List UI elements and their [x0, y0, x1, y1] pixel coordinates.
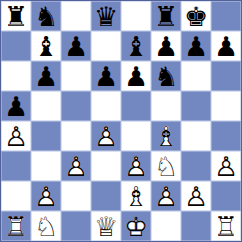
square-c8[interactable]	[61, 1, 91, 31]
square-h8[interactable]	[211, 1, 241, 31]
piece-black-bishop: ♝	[34, 33, 58, 60]
square-h1[interactable]: ♜♖	[211, 211, 241, 241]
white-piece-outline-glyph: ♕	[94, 213, 118, 240]
white-piece-outline-glyph: ♘	[34, 213, 58, 240]
square-b3[interactable]	[31, 151, 61, 181]
square-c1[interactable]	[61, 211, 91, 241]
piece-black-king: ♚	[184, 3, 208, 30]
piece-black-pawn: ♟	[214, 33, 238, 60]
piece-black-pawn: ♟	[64, 33, 88, 60]
square-d1[interactable]: ♛♕	[91, 211, 121, 241]
square-f6[interactable]: ♞	[151, 61, 181, 91]
white-piece-outline-glyph: ♙	[4, 123, 28, 150]
piece-white-king: ♚♔	[124, 213, 148, 240]
square-c6[interactable]	[61, 61, 91, 91]
square-e3[interactable]: ♟♙	[121, 151, 151, 181]
piece-white-knight: ♞♘	[34, 213, 58, 240]
square-c2[interactable]	[61, 181, 91, 211]
square-f8[interactable]: ♜	[151, 1, 181, 31]
square-g1[interactable]	[181, 211, 211, 241]
piece-white-pawn: ♟♙	[154, 183, 178, 210]
square-h2[interactable]	[211, 181, 241, 211]
piece-white-pawn: ♟♙	[124, 153, 148, 180]
white-piece-outline-glyph: ♙	[154, 183, 178, 210]
square-a2[interactable]	[1, 181, 31, 211]
square-e5[interactable]	[121, 91, 151, 121]
square-a5[interactable]: ♟	[1, 91, 31, 121]
square-c5[interactable]	[61, 91, 91, 121]
piece-black-pawn: ♟	[124, 63, 148, 90]
square-d4[interactable]: ♟♙	[91, 121, 121, 151]
square-b7[interactable]: ♝	[31, 31, 61, 61]
square-d3[interactable]	[91, 151, 121, 181]
piece-black-queen: ♛	[94, 3, 118, 30]
square-g6[interactable]	[181, 61, 211, 91]
white-piece-outline-glyph: ♙	[94, 123, 118, 150]
piece-white-rook: ♜♖	[214, 213, 238, 240]
piece-black-knight: ♞	[34, 3, 58, 30]
white-piece-outline-glyph: ♙	[214, 153, 238, 180]
white-piece-outline-glyph: ♖	[214, 213, 238, 240]
chess-board: ♜♞♛♜♚♝♟♝♟♟♟♟♟♟♞♟♟♙♟♙♝♗♟♙♟♙♞♘♟♙♟♙♝♗♟♙♟♙♜♖…	[0, 0, 242, 242]
white-piece-outline-glyph: ♙	[34, 183, 58, 210]
square-g3[interactable]	[181, 151, 211, 181]
square-e8[interactable]	[121, 1, 151, 31]
piece-white-pawn: ♟♙	[214, 153, 238, 180]
piece-white-pawn: ♟♙	[184, 183, 208, 210]
white-piece-outline-glyph: ♗	[154, 123, 178, 150]
piece-white-bishop: ♝♗	[124, 183, 148, 210]
square-h4[interactable]	[211, 121, 241, 151]
square-d7[interactable]	[91, 31, 121, 61]
white-piece-outline-glyph: ♘	[154, 153, 178, 180]
piece-black-knight: ♞	[154, 63, 178, 90]
square-d5[interactable]	[91, 91, 121, 121]
square-c7[interactable]: ♟	[61, 31, 91, 61]
square-d2[interactable]	[91, 181, 121, 211]
square-f3[interactable]: ♞♘	[151, 151, 181, 181]
square-b1[interactable]: ♞♘	[31, 211, 61, 241]
square-e2[interactable]: ♝♗	[121, 181, 151, 211]
square-h6[interactable]	[211, 61, 241, 91]
square-g4[interactable]	[181, 121, 211, 151]
square-g7[interactable]: ♟	[181, 31, 211, 61]
piece-white-bishop: ♝♗	[154, 123, 178, 150]
square-f7[interactable]: ♟	[151, 31, 181, 61]
square-c3[interactable]: ♟♙	[61, 151, 91, 181]
white-piece-outline-glyph: ♙	[64, 153, 88, 180]
square-a1[interactable]: ♜♖	[1, 211, 31, 241]
square-h5[interactable]	[211, 91, 241, 121]
piece-black-pawn: ♟	[184, 33, 208, 60]
piece-black-rook: ♜	[154, 3, 178, 30]
piece-black-bishop: ♝	[124, 33, 148, 60]
square-b2[interactable]: ♟♙	[31, 181, 61, 211]
square-b8[interactable]: ♞	[31, 1, 61, 31]
white-piece-outline-glyph: ♖	[4, 213, 28, 240]
piece-white-pawn: ♟♙	[34, 183, 58, 210]
white-piece-outline-glyph: ♙	[124, 153, 148, 180]
square-e1[interactable]: ♚♔	[121, 211, 151, 241]
square-g2[interactable]: ♟♙	[181, 181, 211, 211]
piece-white-pawn: ♟♙	[94, 123, 118, 150]
square-g8[interactable]: ♚	[181, 1, 211, 31]
square-e4[interactable]	[121, 121, 151, 151]
square-e6[interactable]: ♟	[121, 61, 151, 91]
square-h3[interactable]: ♟♙	[211, 151, 241, 181]
piece-white-pawn: ♟♙	[4, 123, 28, 150]
square-f5[interactable]	[151, 91, 181, 121]
square-h7[interactable]: ♟	[211, 31, 241, 61]
square-b5[interactable]	[31, 91, 61, 121]
square-d6[interactable]: ♟	[91, 61, 121, 91]
square-a4[interactable]: ♟♙	[1, 121, 31, 151]
square-e7[interactable]: ♝	[121, 31, 151, 61]
piece-white-rook: ♜♖	[4, 213, 28, 240]
square-f4[interactable]: ♝♗	[151, 121, 181, 151]
white-piece-outline-glyph: ♔	[124, 213, 148, 240]
square-c4[interactable]	[61, 121, 91, 151]
square-a6[interactable]	[1, 61, 31, 91]
square-f2[interactable]: ♟♙	[151, 181, 181, 211]
square-a3[interactable]	[1, 151, 31, 181]
white-piece-outline-glyph: ♗	[124, 183, 148, 210]
piece-black-pawn: ♟	[94, 63, 118, 90]
piece-black-pawn: ♟	[154, 33, 178, 60]
square-a7[interactable]	[1, 31, 31, 61]
square-g5[interactable]	[181, 91, 211, 121]
square-d8[interactable]: ♛	[91, 1, 121, 31]
square-f1[interactable]	[151, 211, 181, 241]
piece-white-queen: ♛♕	[94, 213, 118, 240]
square-b6[interactable]: ♟	[31, 61, 61, 91]
square-b4[interactable]	[31, 121, 61, 151]
piece-white-knight: ♞♘	[154, 153, 178, 180]
piece-black-pawn: ♟	[4, 93, 28, 120]
white-piece-outline-glyph: ♙	[184, 183, 208, 210]
square-a8[interactable]: ♜	[1, 1, 31, 31]
piece-black-rook: ♜	[4, 3, 28, 30]
piece-white-pawn: ♟♙	[64, 153, 88, 180]
piece-black-pawn: ♟	[34, 63, 58, 90]
